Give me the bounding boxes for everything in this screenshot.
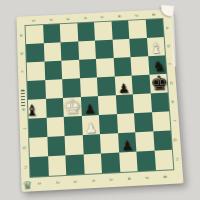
square-a2[interactable] [43,24,61,43]
square-e6[interactable] [115,94,134,114]
square-e1[interactable]: ♝ [28,99,46,119]
black-pawn[interactable]: ♟ [118,82,130,95]
square-f8[interactable] [152,111,171,131]
square-g3[interactable] [65,135,84,155]
square-f3[interactable] [64,116,82,136]
square-b8[interactable]: ♝ [146,37,164,56]
square-c2[interactable] [44,61,62,80]
square-a6[interactable] [111,21,129,40]
square-h2[interactable] [48,155,67,176]
square-b3[interactable] [61,41,79,60]
square-b7[interactable] [129,38,147,57]
coord-label-7: 7 [141,171,152,185]
square-g1[interactable] [29,137,47,157]
board-grid: ♝♞♟♚♝♚♟♟♟ [26,19,174,177]
square-c1[interactable] [27,62,45,81]
photo-background: 12345678 12345678 abcdefgh abcdefgh ♝♞♟♚… [0,0,200,200]
square-e7[interactable] [133,93,152,113]
square-a7[interactable] [128,20,146,39]
square-f1[interactable] [29,118,47,138]
square-d4[interactable] [80,77,98,97]
coord-label-3: 3 [70,175,81,189]
white-bishop[interactable]: ♝ [149,41,163,56]
coord-label-8: 8 [159,170,170,184]
black-king[interactable]: ♚ [150,73,169,94]
square-g2[interactable] [47,136,66,156]
square-c5[interactable] [96,58,114,77]
square-g6[interactable]: ♟ [118,132,137,152]
square-b4[interactable] [78,41,96,60]
square-h5[interactable] [101,153,120,173]
square-a4[interactable] [77,22,95,41]
square-c6[interactable] [113,57,131,76]
square-a5[interactable] [94,22,112,41]
board-logo: ♛ [22,180,33,193]
square-d7[interactable] [132,75,151,95]
square-h6[interactable] [119,152,138,172]
square-f7[interactable] [134,112,153,132]
square-h4[interactable] [83,153,102,173]
square-d2[interactable] [45,79,63,99]
black-pawn[interactable]: ♟ [121,139,134,153]
black-bishop[interactable]: ♝ [25,103,39,119]
square-f4[interactable]: ♟ [81,115,100,135]
square-b1[interactable] [26,43,44,62]
white-king[interactable]: ♚ [63,96,82,117]
coord-label-6: 6 [124,172,135,186]
square-c7[interactable] [130,56,149,75]
square-d1[interactable] [27,80,45,100]
square-d6[interactable]: ♟ [114,76,133,96]
square-c4[interactable] [79,59,97,78]
curled-corner [160,5,174,17]
square-h1[interactable] [30,156,49,177]
square-b5[interactable] [95,40,113,59]
square-g5[interactable] [100,133,119,153]
square-e3[interactable]: ♚ [63,97,81,117]
square-f6[interactable] [116,113,135,133]
square-c3[interactable] [61,60,79,79]
square-h8[interactable] [154,150,173,170]
square-d8[interactable]: ♚ [149,74,168,94]
square-f2[interactable] [46,117,64,137]
black-pawn[interactable]: ♟ [84,102,96,116]
square-d5[interactable] [97,77,115,97]
square-f5[interactable] [99,114,118,134]
coord-label-4: 4 [88,174,99,188]
square-a1[interactable] [26,25,44,44]
square-h7[interactable] [136,151,155,171]
square-e2[interactable] [45,98,63,118]
square-g4[interactable] [82,134,101,154]
square-b6[interactable] [112,39,130,58]
square-e4[interactable]: ♟ [80,96,98,116]
coord-label-2: 2 [52,176,63,190]
coord-label-5: 5 [106,173,117,187]
square-g8[interactable] [153,130,172,150]
square-e5[interactable] [98,95,117,115]
white-pawn[interactable]: ♟ [85,121,97,135]
square-g7[interactable] [135,131,154,151]
coord-label-1: 1 [34,177,45,191]
square-b2[interactable] [43,42,61,61]
square-e8[interactable] [150,93,169,113]
square-a8[interactable] [145,19,163,38]
square-h3[interactable] [65,154,84,174]
chess-mat: 12345678 12345678 abcdefgh abcdefgh ♝♞♟♚… [16,9,183,192]
square-a3[interactable] [60,23,78,42]
